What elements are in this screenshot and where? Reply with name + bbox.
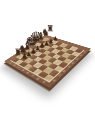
piece-pawn-h7: ♟ bbox=[21, 53, 28, 60]
chess-set-photo: abcdefgh 12345678 ♜♞♝♚♛♝♞♜♟♟♟♟♟♟♟♟ bbox=[0, 0, 95, 126]
